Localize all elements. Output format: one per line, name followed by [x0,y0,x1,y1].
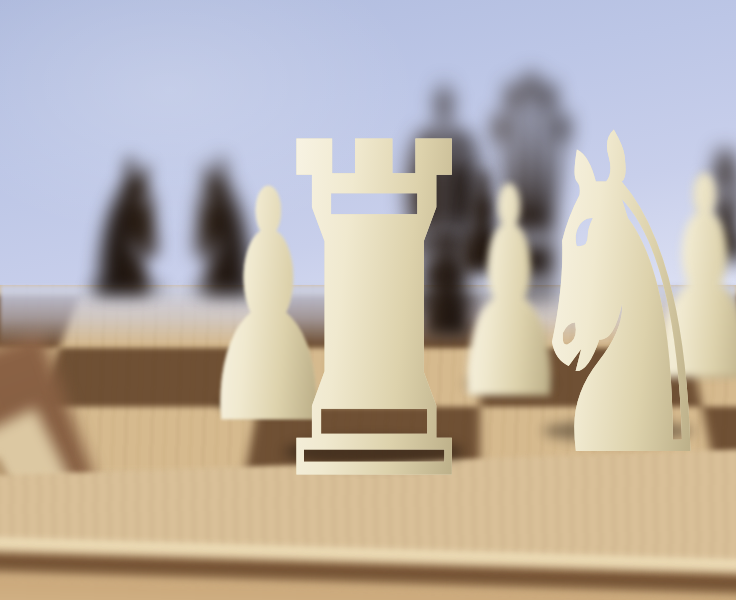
white-rook: ♜♜ [144,85,604,545]
chess-photo-scene: ♚♚♛♛♞♞♞♞♝♝♟♟♟♟♟♟♟♟♟♟♞♞♜♜ [0,0,736,600]
white-rook-shading: ♜ [250,85,497,545]
